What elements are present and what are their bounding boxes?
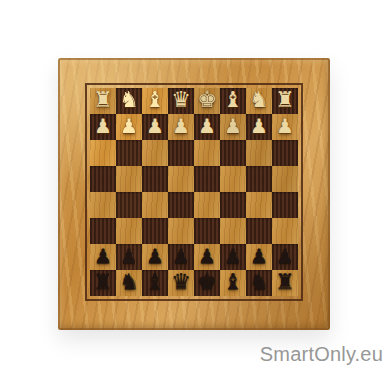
square-f2: ♟ [220,114,246,140]
black-king: ♚ [197,269,217,295]
square-c4 [142,166,168,192]
chess-board: ♜♞♝♛♚♝♞♜♟♟♟♟♟♟♟♟♟♟♟♟♟♟♟♟♜♞♝♛♚♝♞♜ [58,58,330,330]
black-pawn: ♟ [172,243,190,269]
square-h3 [272,140,298,166]
black-bishop: ♝ [145,269,165,295]
square-d5 [168,192,194,218]
square-g4 [246,166,272,192]
black-pawn: ♟ [120,243,138,269]
square-d7: ♟ [168,244,194,270]
black-rook: ♜ [93,269,113,295]
white-pawn: ♟ [94,113,112,139]
square-f8: ♝ [220,270,246,296]
square-b6 [116,218,142,244]
square-f1: ♝ [220,88,246,114]
square-c1: ♝ [142,88,168,114]
square-d6 [168,218,194,244]
square-b8: ♞ [116,270,142,296]
white-pawn: ♟ [276,113,294,139]
square-b7: ♟ [116,244,142,270]
board-grid: ♜♞♝♛♚♝♞♜♟♟♟♟♟♟♟♟♟♟♟♟♟♟♟♟♜♞♝♛♚♝♞♜ [90,88,298,296]
square-a2: ♟ [90,114,116,140]
black-pawn: ♟ [224,243,242,269]
square-a1: ♜ [90,88,116,114]
white-pawn: ♟ [198,113,216,139]
square-b4 [116,166,142,192]
square-b5 [116,192,142,218]
square-d2: ♟ [168,114,194,140]
square-f6 [220,218,246,244]
square-b2: ♟ [116,114,142,140]
square-g6 [246,218,272,244]
white-rook: ♜ [275,87,295,113]
square-e8: ♚ [194,270,220,296]
square-f7: ♟ [220,244,246,270]
white-pawn: ♟ [224,113,242,139]
black-pawn: ♟ [94,243,112,269]
square-a5 [90,192,116,218]
black-pawn: ♟ [146,243,164,269]
white-queen: ♛ [171,87,191,113]
square-d8: ♛ [168,270,194,296]
square-f5 [220,192,246,218]
white-king: ♚ [197,87,217,113]
white-pawn: ♟ [172,113,190,139]
square-h4 [272,166,298,192]
square-e6 [194,218,220,244]
black-pawn: ♟ [250,243,268,269]
black-pawn: ♟ [198,243,216,269]
square-c3 [142,140,168,166]
square-g3 [246,140,272,166]
white-pawn: ♟ [250,113,268,139]
square-e2: ♟ [194,114,220,140]
square-a4 [90,166,116,192]
square-g2: ♟ [246,114,272,140]
square-d1: ♛ [168,88,194,114]
square-a3 [90,140,116,166]
square-e4 [194,166,220,192]
white-knight: ♞ [119,87,139,113]
square-g7: ♟ [246,244,272,270]
square-g5 [246,192,272,218]
white-rook: ♜ [93,87,113,113]
square-c2: ♟ [142,114,168,140]
square-b1: ♞ [116,88,142,114]
square-e5 [194,192,220,218]
square-a7: ♟ [90,244,116,270]
black-knight: ♞ [249,269,269,295]
square-c7: ♟ [142,244,168,270]
square-f4 [220,166,246,192]
square-h1: ♜ [272,88,298,114]
product-photo: ♜♞♝♛♚♝♞♜♟♟♟♟♟♟♟♟♟♟♟♟♟♟♟♟♜♞♝♛♚♝♞♜ SmartOn… [0,0,388,388]
square-a6 [90,218,116,244]
square-h6 [272,218,298,244]
white-pawn: ♟ [146,113,164,139]
square-c8: ♝ [142,270,168,296]
square-a8: ♜ [90,270,116,296]
square-d3 [168,140,194,166]
white-knight: ♞ [249,87,269,113]
square-g1: ♞ [246,88,272,114]
white-bishop: ♝ [145,87,165,113]
square-c6 [142,218,168,244]
square-h8: ♜ [272,270,298,296]
square-e1: ♚ [194,88,220,114]
watermark: SmartOnly.eu [260,343,383,366]
square-e7: ♟ [194,244,220,270]
black-queen: ♛ [171,269,191,295]
square-d4 [168,166,194,192]
square-e3 [194,140,220,166]
square-g8: ♞ [246,270,272,296]
square-c5 [142,192,168,218]
white-pawn: ♟ [120,113,138,139]
black-rook: ♜ [275,269,295,295]
square-h7: ♟ [272,244,298,270]
square-h2: ♟ [272,114,298,140]
black-knight: ♞ [119,269,139,295]
white-bishop: ♝ [223,87,243,113]
square-f3 [220,140,246,166]
square-h5 [272,192,298,218]
black-pawn: ♟ [276,243,294,269]
black-bishop: ♝ [223,269,243,295]
square-b3 [116,140,142,166]
